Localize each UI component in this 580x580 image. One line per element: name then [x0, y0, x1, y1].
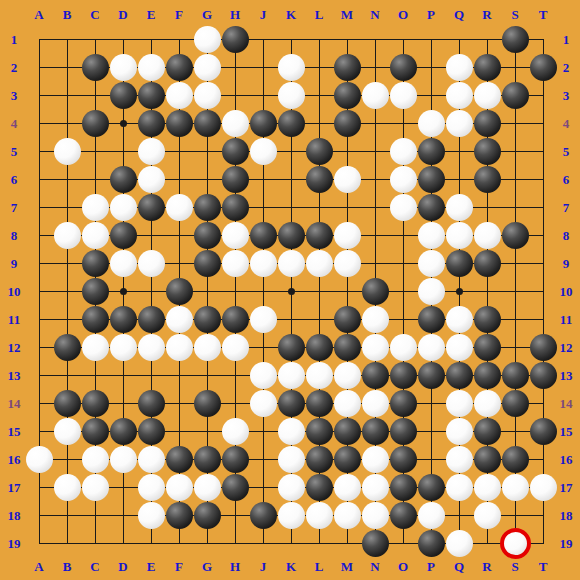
- stone-black: [446, 362, 473, 389]
- stone-white: [250, 390, 277, 417]
- stone-black: [82, 418, 109, 445]
- row-label-right: 16: [560, 453, 573, 466]
- stone-white: [110, 334, 137, 361]
- row-label-left: 8: [11, 229, 18, 242]
- stone-white: [250, 138, 277, 165]
- grid-line-vertical: [543, 39, 544, 544]
- stone-white: [446, 194, 473, 221]
- column-label-bottom: R: [482, 560, 491, 573]
- column-label-bottom: B: [63, 560, 72, 573]
- go-board[interactable]: AABBCCDDEEFFGGHHJJKKLLMMNNOOPPQQRRSSTT11…: [0, 0, 580, 580]
- row-label-left: 3: [11, 89, 18, 102]
- row-label-right: 11: [560, 313, 572, 326]
- stone-black: [194, 194, 221, 221]
- row-label-left: 7: [11, 201, 18, 214]
- stone-black: [474, 446, 501, 473]
- stone-black: [194, 250, 221, 277]
- stone-white: [446, 110, 473, 137]
- row-label-right: 17: [560, 481, 573, 494]
- row-label-left: 12: [8, 341, 21, 354]
- column-label-bottom: T: [539, 560, 548, 573]
- row-label-right: 7: [563, 201, 570, 214]
- row-label-right: 14: [560, 397, 573, 410]
- stone-black: [110, 418, 137, 445]
- stone-white: [166, 306, 193, 333]
- stone-black: [82, 278, 109, 305]
- stone-white: [418, 278, 445, 305]
- stone-black: [138, 390, 165, 417]
- stone-black: [362, 362, 389, 389]
- stone-black: [502, 222, 529, 249]
- row-label-right: 5: [563, 145, 570, 158]
- column-label-bottom: K: [286, 560, 296, 573]
- stone-black: [474, 362, 501, 389]
- stone-black: [278, 390, 305, 417]
- stone-black: [418, 306, 445, 333]
- stone-white: [250, 306, 277, 333]
- stone-white: [362, 502, 389, 529]
- stone-black: [502, 82, 529, 109]
- stone-white: [138, 474, 165, 501]
- stone-white: [362, 446, 389, 473]
- stone-white: [474, 502, 501, 529]
- stone-black: [334, 306, 361, 333]
- stone-black: [362, 418, 389, 445]
- stone-white: [110, 54, 137, 81]
- stone-black: [474, 250, 501, 277]
- stone-black: [418, 166, 445, 193]
- stone-black: [418, 474, 445, 501]
- stone-white: [446, 474, 473, 501]
- stone-black: [278, 334, 305, 361]
- stone-black: [54, 390, 81, 417]
- stone-black: [222, 194, 249, 221]
- stone-white: [278, 474, 305, 501]
- stone-black: [390, 54, 417, 81]
- stone-white: [474, 82, 501, 109]
- stone-black: [306, 474, 333, 501]
- column-label-top: K: [286, 8, 296, 21]
- stone-white: [418, 334, 445, 361]
- stone-white: [334, 390, 361, 417]
- stone-black: [530, 54, 557, 81]
- stone-black: [166, 278, 193, 305]
- stone-white: [446, 530, 473, 557]
- stone-black: [194, 306, 221, 333]
- row-label-left: 11: [8, 313, 20, 326]
- row-label-left: 5: [11, 145, 18, 158]
- stone-white: [194, 334, 221, 361]
- stone-black: [82, 250, 109, 277]
- stone-black: [166, 446, 193, 473]
- stone-white: [194, 474, 221, 501]
- stone-white: [334, 166, 361, 193]
- row-label-right: 9: [563, 257, 570, 270]
- row-label-left: 15: [8, 425, 21, 438]
- stone-white: [390, 334, 417, 361]
- column-label-bottom: D: [118, 560, 127, 573]
- stone-black: [334, 334, 361, 361]
- stone-black: [194, 390, 221, 417]
- column-label-top: C: [90, 8, 99, 21]
- stone-black: [502, 26, 529, 53]
- column-label-top: O: [398, 8, 408, 21]
- stone-black: [306, 390, 333, 417]
- stone-black: [418, 194, 445, 221]
- stone-black: [138, 82, 165, 109]
- stone-white: [362, 390, 389, 417]
- stone-black: [194, 446, 221, 473]
- stone-black: [110, 222, 137, 249]
- stone-white: [166, 474, 193, 501]
- stone-white: [362, 334, 389, 361]
- stone-white: [334, 362, 361, 389]
- stone-white: [418, 502, 445, 529]
- column-label-top: F: [175, 8, 183, 21]
- stone-white: [222, 110, 249, 137]
- stone-black: [446, 250, 473, 277]
- column-label-bottom: L: [315, 560, 324, 573]
- stone-black: [530, 362, 557, 389]
- stone-white: [222, 250, 249, 277]
- stone-white: [334, 502, 361, 529]
- stone-white: [222, 334, 249, 361]
- stone-white: [82, 222, 109, 249]
- stone-white: [306, 250, 333, 277]
- stone-white: [418, 250, 445, 277]
- column-label-bottom: A: [34, 560, 43, 573]
- hoshi-point: [120, 288, 127, 295]
- row-label-right: 15: [560, 425, 573, 438]
- row-label-right: 6: [563, 173, 570, 186]
- stone-black: [194, 110, 221, 137]
- stone-black: [82, 54, 109, 81]
- stone-white: [446, 222, 473, 249]
- column-label-top: G: [202, 8, 212, 21]
- stone-white: [110, 250, 137, 277]
- row-label-left: 4: [11, 117, 18, 130]
- stone-white: [110, 194, 137, 221]
- stone-black: [502, 362, 529, 389]
- row-label-left: 1: [11, 33, 18, 46]
- stone-white: [278, 362, 305, 389]
- stone-black: [362, 278, 389, 305]
- column-label-bottom: M: [341, 560, 353, 573]
- stone-white: [138, 54, 165, 81]
- stone-black: [474, 166, 501, 193]
- stone-black: [82, 306, 109, 333]
- stone-white: [446, 390, 473, 417]
- column-label-bottom: E: [147, 560, 156, 573]
- row-label-left: 19: [8, 537, 21, 550]
- row-label-left: 14: [8, 397, 21, 410]
- stone-black: [390, 502, 417, 529]
- column-label-top: T: [539, 8, 548, 21]
- stone-black: [250, 110, 277, 137]
- stone-black: [306, 446, 333, 473]
- stone-white: [390, 166, 417, 193]
- stone-white: [306, 502, 333, 529]
- stone-white: [474, 390, 501, 417]
- column-label-top: J: [260, 8, 267, 21]
- stone-white: [82, 334, 109, 361]
- stone-black: [362, 530, 389, 557]
- stone-black: [54, 334, 81, 361]
- column-label-bottom: O: [398, 560, 408, 573]
- row-label-left: 17: [8, 481, 21, 494]
- column-label-bottom: Q: [454, 560, 464, 573]
- column-label-top: M: [341, 8, 353, 21]
- stone-black: [166, 110, 193, 137]
- stone-white: [446, 82, 473, 109]
- row-label-right: 4: [563, 117, 570, 130]
- stone-black: [418, 138, 445, 165]
- stone-black: [306, 418, 333, 445]
- stone-black: [334, 54, 361, 81]
- stone-white: [194, 82, 221, 109]
- column-label-top: H: [230, 8, 240, 21]
- stone-black: [110, 166, 137, 193]
- stone-white: [446, 306, 473, 333]
- stone-white: [446, 446, 473, 473]
- column-label-top: P: [427, 8, 435, 21]
- stone-black: [390, 362, 417, 389]
- stone-black: [502, 446, 529, 473]
- stone-black: [306, 138, 333, 165]
- column-label-top: S: [511, 8, 518, 21]
- column-label-top: D: [118, 8, 127, 21]
- stone-white: [278, 418, 305, 445]
- stone-black: [110, 82, 137, 109]
- column-label-bottom: J: [260, 560, 267, 573]
- stone-white: [54, 418, 81, 445]
- stone-white: [82, 194, 109, 221]
- row-label-left: 16: [8, 453, 21, 466]
- stone-black: [250, 222, 277, 249]
- stone-white: [446, 418, 473, 445]
- stone-white: [418, 222, 445, 249]
- row-label-left: 9: [11, 257, 18, 270]
- column-label-bottom: N: [370, 560, 379, 573]
- stone-white: [278, 54, 305, 81]
- stone-black: [82, 110, 109, 137]
- stone-black: [474, 306, 501, 333]
- row-label-right: 3: [563, 89, 570, 102]
- hoshi-point: [288, 288, 295, 295]
- stone-white: [194, 26, 221, 53]
- column-label-bottom: P: [427, 560, 435, 573]
- stone-black: [222, 446, 249, 473]
- stone-black: [222, 474, 249, 501]
- row-label-right: 10: [560, 285, 573, 298]
- column-label-top: Q: [454, 8, 464, 21]
- stone-black: [418, 362, 445, 389]
- hoshi-point: [120, 120, 127, 127]
- row-label-right: 2: [563, 61, 570, 74]
- stone-white: [138, 334, 165, 361]
- stone-black: [166, 502, 193, 529]
- stone-black: [474, 54, 501, 81]
- stone-black: [418, 530, 445, 557]
- stone-white: [82, 474, 109, 501]
- stone-black: [82, 390, 109, 417]
- row-label-left: 18: [8, 509, 21, 522]
- stone-black: [278, 222, 305, 249]
- stone-white: [362, 306, 389, 333]
- column-label-top: L: [315, 8, 324, 21]
- stone-black: [502, 390, 529, 417]
- stone-white: [138, 138, 165, 165]
- row-label-right: 19: [560, 537, 573, 550]
- stone-white: [278, 502, 305, 529]
- stone-white: [474, 222, 501, 249]
- row-label-left: 2: [11, 61, 18, 74]
- stone-white: [54, 138, 81, 165]
- row-label-left: 6: [11, 173, 18, 186]
- row-label-left: 10: [8, 285, 21, 298]
- stone-black: [166, 54, 193, 81]
- stone-black: [474, 334, 501, 361]
- stone-black: [306, 166, 333, 193]
- last-move-marker: [500, 528, 531, 559]
- stone-black: [138, 194, 165, 221]
- stone-black: [390, 446, 417, 473]
- stone-white: [166, 194, 193, 221]
- column-label-top: A: [34, 8, 43, 21]
- stone-black: [390, 474, 417, 501]
- column-label-bottom: G: [202, 560, 212, 573]
- column-label-top: N: [370, 8, 379, 21]
- stone-white: [138, 250, 165, 277]
- stone-black: [474, 138, 501, 165]
- stone-white: [250, 362, 277, 389]
- stone-white: [362, 82, 389, 109]
- row-label-left: 13: [8, 369, 21, 382]
- stone-white: [278, 250, 305, 277]
- stone-black: [110, 306, 137, 333]
- stone-black: [306, 334, 333, 361]
- column-label-bottom: F: [175, 560, 183, 573]
- stone-white: [54, 222, 81, 249]
- stone-white: [222, 222, 249, 249]
- column-label-top: R: [482, 8, 491, 21]
- stone-white: [82, 446, 109, 473]
- stone-white: [390, 82, 417, 109]
- stone-black: [222, 306, 249, 333]
- row-label-right: 13: [560, 369, 573, 382]
- stone-white: [334, 474, 361, 501]
- stone-white: [334, 222, 361, 249]
- stone-black: [334, 446, 361, 473]
- column-label-top: E: [147, 8, 156, 21]
- stone-white: [54, 474, 81, 501]
- stone-black: [390, 418, 417, 445]
- stone-white: [502, 474, 529, 501]
- column-label-bottom: H: [230, 560, 240, 573]
- stone-black: [530, 418, 557, 445]
- hoshi-point: [456, 288, 463, 295]
- stone-black: [530, 334, 557, 361]
- stone-white: [446, 54, 473, 81]
- row-label-right: 8: [563, 229, 570, 242]
- stone-black: [194, 502, 221, 529]
- stone-white: [166, 334, 193, 361]
- stone-white: [306, 362, 333, 389]
- stone-white: [110, 446, 137, 473]
- stone-white: [26, 446, 53, 473]
- stone-white: [362, 474, 389, 501]
- stone-white: [138, 446, 165, 473]
- stone-white: [194, 54, 221, 81]
- row-label-right: 18: [560, 509, 573, 522]
- column-label-bottom: S: [511, 560, 518, 573]
- stone-white: [390, 138, 417, 165]
- stone-black: [222, 138, 249, 165]
- stone-black: [334, 418, 361, 445]
- stone-white: [474, 474, 501, 501]
- row-label-right: 1: [563, 33, 570, 46]
- stone-black: [306, 222, 333, 249]
- stone-white: [250, 250, 277, 277]
- stone-white: [446, 334, 473, 361]
- stone-black: [222, 166, 249, 193]
- stone-white: [390, 194, 417, 221]
- stone-white: [222, 418, 249, 445]
- column-label-bottom: C: [90, 560, 99, 573]
- stone-black: [474, 418, 501, 445]
- stone-black: [222, 26, 249, 53]
- stone-black: [194, 222, 221, 249]
- stone-white: [278, 82, 305, 109]
- stone-white: [334, 250, 361, 277]
- stone-black: [334, 110, 361, 137]
- stone-white: [418, 110, 445, 137]
- stone-black: [138, 418, 165, 445]
- stone-white: [166, 82, 193, 109]
- stone-black: [334, 82, 361, 109]
- stone-black: [250, 502, 277, 529]
- stone-black: [474, 110, 501, 137]
- row-label-right: 12: [560, 341, 573, 354]
- stone-white: [278, 446, 305, 473]
- column-label-top: B: [63, 8, 72, 21]
- stone-white: [530, 474, 557, 501]
- stone-white: [138, 166, 165, 193]
- stone-black: [278, 110, 305, 137]
- stone-black: [390, 390, 417, 417]
- stone-white: [138, 502, 165, 529]
- stone-black: [138, 306, 165, 333]
- stone-black: [138, 110, 165, 137]
